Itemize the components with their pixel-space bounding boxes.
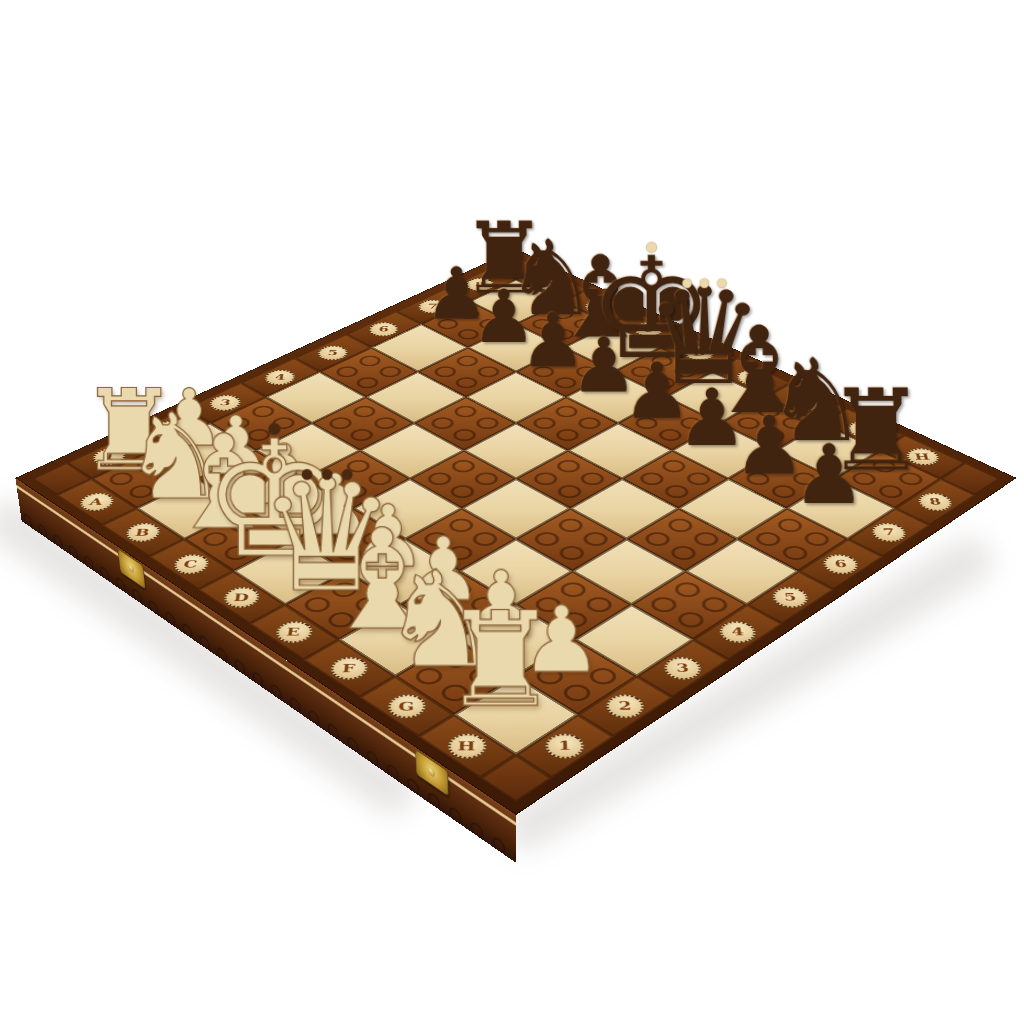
board-grid: ABCDEFGH8♜♞♝♚●♛●●●♝♞♜87♟♟♟♟♟♟♟♟766554433… [32,256,998,801]
finial-queen: ●●● [214,466,447,480]
finial-king: ● [156,420,392,436]
chess-board-box: ABCDEFGH8♜♞♝♚●♛●●●♝♞♜87♟♟♟♟♟♟♟♟766554433… [15,249,1016,815]
rank-label: 4 [713,617,763,647]
square-h7[interactable]: ♟ [787,479,895,539]
product-photo-stage: ABCDEFGH8♜♞♝♚●♛●●●♝♞♜87♟♟♟♟♟♟♟♟766554433… [0,0,1024,1024]
board-border-frame: ABCDEFGH8♜♞♝♚●♛●●●♝♞♜87♟♟♟♟♟♟♟♟766554433… [15,249,1016,815]
rank-label: 1 [538,729,592,764]
rank-label: 6 [817,550,865,578]
finial-queen: ●●● [606,276,808,288]
rank-label: 7 [866,519,913,546]
piece-light-rook-h1[interactable]: ♜ [371,593,629,724]
rank-label: 5 [766,583,815,612]
piece-dark-pawn-h7[interactable]: ♟ [716,434,942,516]
finial-king: ● [549,240,754,254]
